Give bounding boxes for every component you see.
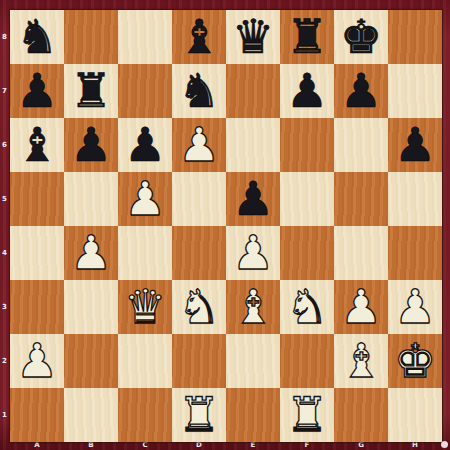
square-e7[interactable] <box>226 64 280 118</box>
square-g1[interactable] <box>334 388 388 442</box>
square-e2[interactable] <box>226 334 280 388</box>
square-h6[interactable]: ♟ <box>388 118 442 172</box>
rank-label-3: 3 <box>0 280 9 334</box>
rank-label-7: 7 <box>0 64 9 118</box>
square-a7[interactable]: ♟ <box>10 64 64 118</box>
square-c3[interactable]: ♛ <box>118 280 172 334</box>
square-b6[interactable]: ♟ <box>64 118 118 172</box>
square-g3[interactable]: ♟ <box>334 280 388 334</box>
square-f8[interactable]: ♜ <box>280 10 334 64</box>
white-to-move-indicator <box>441 441 448 448</box>
piece-black-pawn[interactable]: ♟ <box>286 64 328 118</box>
square-d8[interactable]: ♝ <box>172 10 226 64</box>
square-g2[interactable]: ♝ <box>334 334 388 388</box>
piece-black-bishop[interactable]: ♝ <box>178 10 220 64</box>
piece-white-pawn[interactable]: ♟ <box>124 172 166 226</box>
piece-black-bishop[interactable]: ♝ <box>16 118 58 172</box>
square-h1[interactable] <box>388 388 442 442</box>
piece-black-rook[interactable]: ♜ <box>286 10 328 64</box>
piece-white-pawn[interactable]: ♟ <box>394 280 436 334</box>
piece-black-knight[interactable]: ♞ <box>178 64 220 118</box>
square-d2[interactable] <box>172 334 226 388</box>
square-b2[interactable] <box>64 334 118 388</box>
square-c2[interactable] <box>118 334 172 388</box>
square-f3[interactable]: ♞ <box>280 280 334 334</box>
square-c4[interactable] <box>118 226 172 280</box>
square-e3[interactable]: ♝ <box>226 280 280 334</box>
square-f7[interactable]: ♟ <box>280 64 334 118</box>
square-f4[interactable] <box>280 226 334 280</box>
square-h4[interactable] <box>388 226 442 280</box>
piece-black-pawn[interactable]: ♟ <box>16 64 58 118</box>
square-a2[interactable]: ♟ <box>10 334 64 388</box>
square-c5[interactable]: ♟ <box>118 172 172 226</box>
piece-black-pawn[interactable]: ♟ <box>394 118 436 172</box>
square-a4[interactable] <box>10 226 64 280</box>
piece-white-pawn[interactable]: ♟ <box>232 226 274 280</box>
square-b8[interactable] <box>64 10 118 64</box>
square-d3[interactable]: ♞ <box>172 280 226 334</box>
square-b1[interactable] <box>64 388 118 442</box>
square-b7[interactable]: ♜ <box>64 64 118 118</box>
piece-black-queen[interactable]: ♛ <box>232 10 274 64</box>
square-f1[interactable]: ♜ <box>280 388 334 442</box>
piece-black-pawn[interactable]: ♟ <box>232 172 274 226</box>
square-a5[interactable] <box>10 172 64 226</box>
piece-white-bishop[interactable]: ♝ <box>232 280 274 334</box>
square-c6[interactable]: ♟ <box>118 118 172 172</box>
square-d4[interactable] <box>172 226 226 280</box>
square-c8[interactable] <box>118 10 172 64</box>
piece-white-rook[interactable]: ♜ <box>286 388 328 442</box>
chess-board: ♞♝♛♜♚♟♜♞♟♟♝♟♟♟♟♟♟♟♟♛♞♝♞♟♟♟♝♚♜♜ <box>10 10 442 442</box>
square-d7[interactable]: ♞ <box>172 64 226 118</box>
piece-white-pawn[interactable]: ♟ <box>16 334 58 388</box>
square-a3[interactable] <box>10 280 64 334</box>
square-g4[interactable] <box>334 226 388 280</box>
square-b4[interactable]: ♟ <box>64 226 118 280</box>
piece-white-knight[interactable]: ♞ <box>178 280 220 334</box>
piece-black-pawn[interactable]: ♟ <box>70 118 112 172</box>
piece-white-queen[interactable]: ♛ <box>124 280 166 334</box>
square-h8[interactable] <box>388 10 442 64</box>
square-h7[interactable] <box>388 64 442 118</box>
piece-black-rook[interactable]: ♜ <box>70 64 112 118</box>
piece-white-pawn[interactable]: ♟ <box>178 118 220 172</box>
rank-labels: 87654321 <box>0 10 10 442</box>
piece-white-rook[interactable]: ♜ <box>178 388 220 442</box>
square-e1[interactable] <box>226 388 280 442</box>
square-f5[interactable] <box>280 172 334 226</box>
rank-label-1: 1 <box>0 388 9 442</box>
piece-white-pawn[interactable]: ♟ <box>70 226 112 280</box>
square-h3[interactable]: ♟ <box>388 280 442 334</box>
piece-white-knight[interactable]: ♞ <box>286 280 328 334</box>
square-b3[interactable] <box>64 280 118 334</box>
square-a6[interactable]: ♝ <box>10 118 64 172</box>
square-h5[interactable] <box>388 172 442 226</box>
rank-label-6: 6 <box>0 118 9 172</box>
square-e6[interactable] <box>226 118 280 172</box>
square-g7[interactable]: ♟ <box>334 64 388 118</box>
square-d1[interactable]: ♜ <box>172 388 226 442</box>
square-c7[interactable] <box>118 64 172 118</box>
square-d5[interactable] <box>172 172 226 226</box>
square-b5[interactable] <box>64 172 118 226</box>
square-f2[interactable] <box>280 334 334 388</box>
square-e4[interactable]: ♟ <box>226 226 280 280</box>
square-g6[interactable] <box>334 118 388 172</box>
square-g8[interactable]: ♚ <box>334 10 388 64</box>
rank-label-2: 2 <box>0 334 9 388</box>
square-a1[interactable] <box>10 388 64 442</box>
square-e5[interactable]: ♟ <box>226 172 280 226</box>
square-f6[interactable] <box>280 118 334 172</box>
square-d6[interactable]: ♟ <box>172 118 226 172</box>
piece-white-king[interactable]: ♚ <box>394 334 436 388</box>
square-g5[interactable] <box>334 172 388 226</box>
piece-black-knight[interactable]: ♞ <box>16 10 58 64</box>
rank-label-4: 4 <box>0 226 9 280</box>
piece-black-king[interactable]: ♚ <box>340 10 382 64</box>
square-h2[interactable]: ♚ <box>388 334 442 388</box>
piece-black-pawn[interactable]: ♟ <box>124 118 166 172</box>
rank-label-8: 8 <box>0 10 9 64</box>
square-e8[interactable]: ♛ <box>226 10 280 64</box>
chessboard-frame: 87654321 ABCDEFGH ♞♝♛♜♚♟♜♞♟♟♝♟♟♟♟♟♟♟♟♛♞♝… <box>0 0 450 450</box>
piece-white-bishop[interactable]: ♝ <box>340 334 382 388</box>
square-a8[interactable]: ♞ <box>10 10 64 64</box>
piece-black-pawn[interactable]: ♟ <box>340 64 382 118</box>
square-c1[interactable] <box>118 388 172 442</box>
rank-label-5: 5 <box>0 172 9 226</box>
piece-white-pawn[interactable]: ♟ <box>340 280 382 334</box>
